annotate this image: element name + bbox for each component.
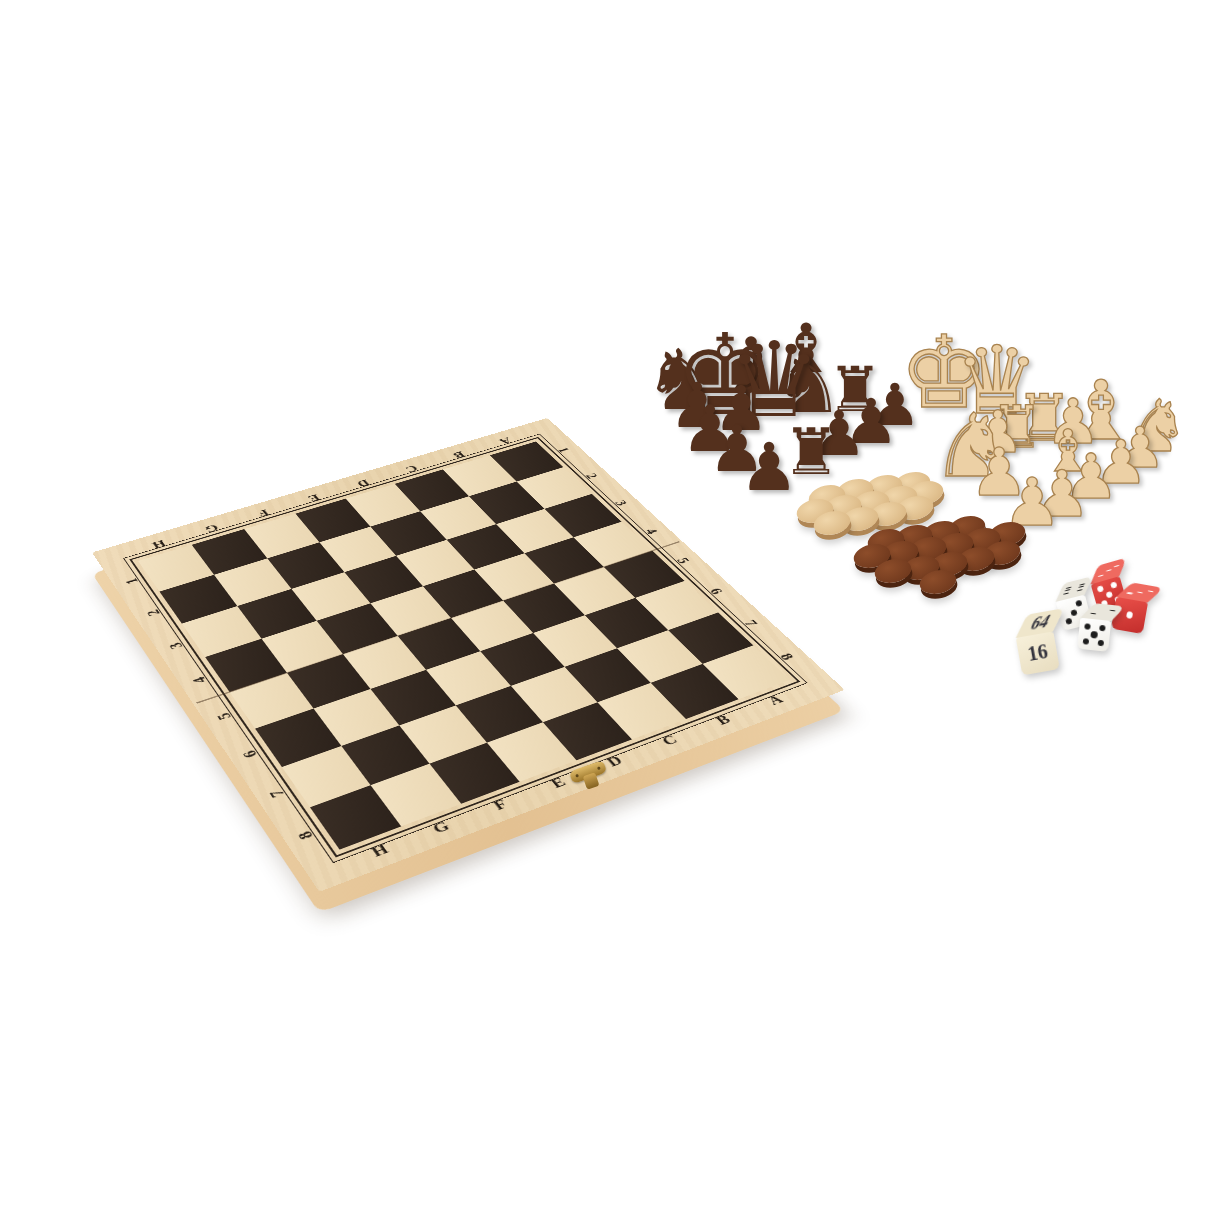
pip	[1142, 595, 1150, 597]
pip	[1082, 638, 1089, 645]
pip	[1072, 616, 1079, 623]
cube-front-face: 16	[1016, 631, 1060, 675]
pip	[1103, 583, 1111, 591]
pip	[1090, 639, 1097, 646]
pip	[1063, 610, 1070, 617]
pieces-layer: ♞♟♚♝♛♟♝♞♜♟♟♟♟♟♜♟♚♛♞♜♜♟♝♞♟♟♟♟♟♟♟♝6416	[0, 0, 1214, 1214]
doubling-cube: 6416	[1012, 611, 1060, 676]
pip	[1089, 613, 1096, 615]
pip	[1096, 585, 1104, 593]
pip	[1124, 619, 1132, 627]
pip	[1098, 632, 1105, 639]
pip	[1127, 604, 1135, 612]
pip	[1091, 631, 1098, 638]
product-photo-scene: HGFEDCBA HGFEDCBA 12345678 12345678 ♞♟♚♝…	[0, 0, 1214, 1214]
pip	[1070, 590, 1077, 593]
pip	[1104, 572, 1110, 575]
pip	[1068, 602, 1075, 609]
dark-pawn: ♟	[739, 435, 798, 501]
pip	[1132, 621, 1140, 629]
pip	[1105, 591, 1113, 599]
pip	[1084, 623, 1091, 630]
pip	[1111, 570, 1117, 573]
cube-top-face: 64	[1016, 608, 1065, 638]
pip	[1099, 625, 1106, 632]
die-white-2	[1077, 602, 1113, 652]
pip	[1134, 594, 1142, 596]
pip	[1110, 581, 1118, 589]
pip	[1134, 613, 1142, 621]
pip	[1131, 587, 1139, 589]
pip	[1104, 614, 1111, 616]
pip	[1092, 624, 1099, 631]
pip	[1077, 589, 1084, 592]
pip	[1061, 603, 1068, 610]
pip	[1109, 610, 1116, 612]
pip	[1070, 609, 1077, 616]
pip	[1126, 592, 1134, 594]
pip	[1117, 618, 1125, 626]
pip	[1062, 592, 1069, 595]
pip	[1065, 618, 1072, 625]
pip	[1097, 574, 1103, 577]
pip	[1107, 612, 1114, 614]
pip	[1083, 631, 1090, 638]
pip	[1135, 605, 1143, 613]
pip	[1098, 593, 1106, 601]
pip	[1147, 590, 1155, 592]
pip	[1098, 640, 1105, 647]
die-front-face	[1077, 618, 1111, 652]
pip	[1097, 614, 1104, 616]
pip	[1139, 589, 1147, 591]
pip	[1126, 611, 1134, 619]
